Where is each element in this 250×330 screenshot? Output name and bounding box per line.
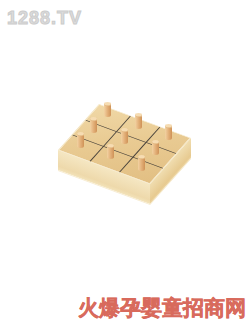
peg [107,145,114,159]
peg [138,157,145,171]
peg [135,115,142,129]
peg [165,126,172,140]
peg [77,134,84,148]
peg [152,141,159,155]
tictactoe-board [0,0,250,330]
product-image: 1288.TV 火爆孕婴童招商网 [0,0,250,330]
peg [104,103,111,117]
peg [121,130,128,144]
watermark-site-name: 火爆孕婴童招商网 [78,297,246,318]
peg [90,119,97,133]
